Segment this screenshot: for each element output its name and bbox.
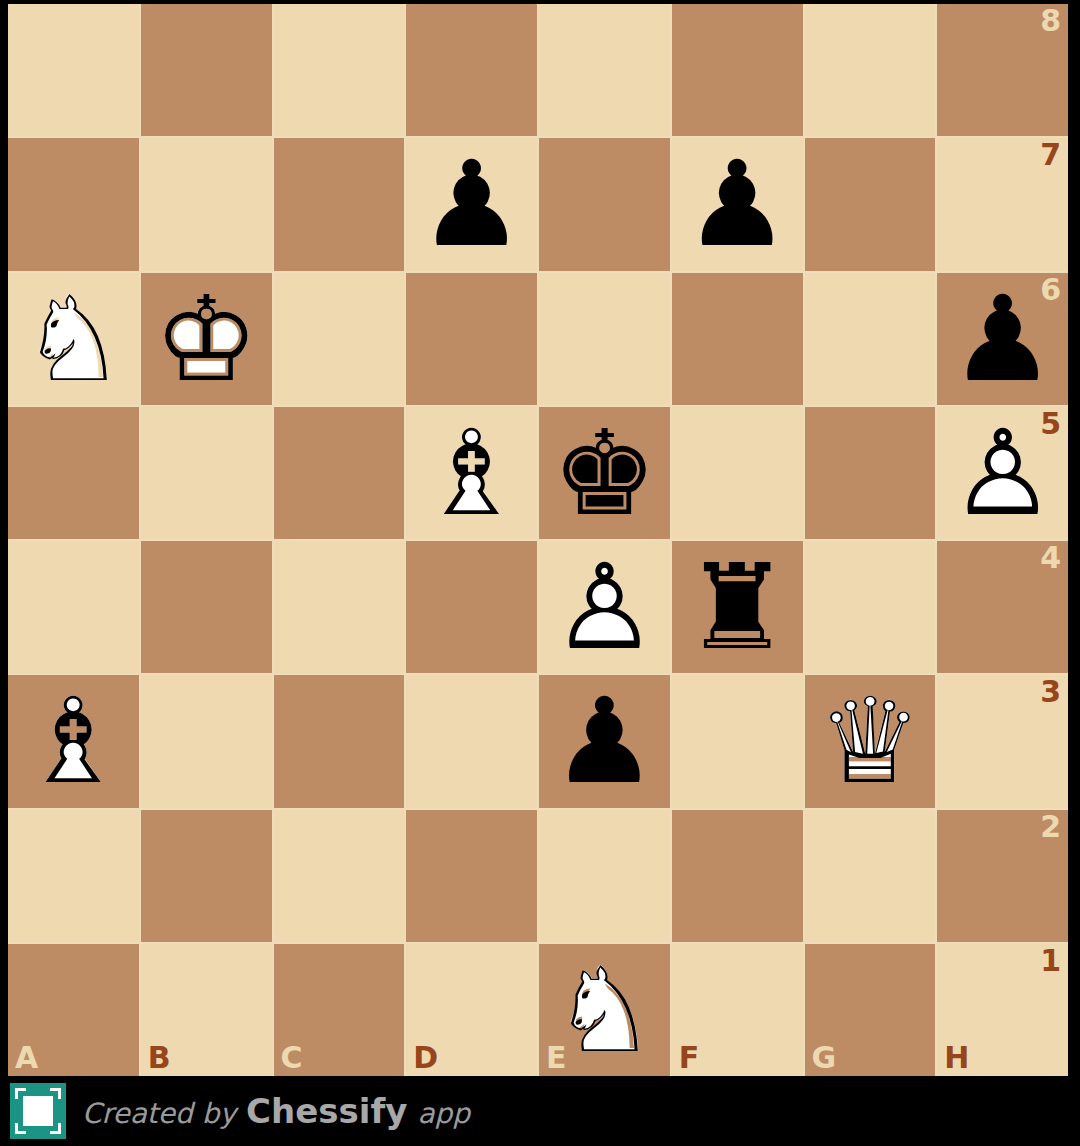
square-h4[interactable]: 4 xyxy=(937,541,1068,673)
square-c4[interactable] xyxy=(274,541,405,673)
file-label-D: D xyxy=(413,1043,438,1073)
square-e3[interactable]: ♟ xyxy=(539,675,670,807)
square-b5[interactable] xyxy=(141,407,272,539)
footer-created-by: Created by xyxy=(82,1097,236,1130)
white-bishop[interactable]: ♝♗ xyxy=(406,407,537,539)
square-c8[interactable] xyxy=(274,4,405,136)
square-h5[interactable]: 5♟♙ xyxy=(937,407,1068,539)
square-b1[interactable]: B xyxy=(141,944,272,1076)
square-h3[interactable]: 3 xyxy=(937,675,1068,807)
white-knight[interactable]: ♞♘ xyxy=(8,273,139,405)
square-b3[interactable] xyxy=(141,675,272,807)
rank-label-3: 3 xyxy=(1040,677,1061,707)
square-g2[interactable] xyxy=(805,810,936,942)
square-c3[interactable] xyxy=(274,675,405,807)
file-label-B: B xyxy=(148,1043,171,1073)
square-a7[interactable] xyxy=(8,138,139,270)
square-c7[interactable] xyxy=(274,138,405,270)
square-f1[interactable]: F xyxy=(672,944,803,1076)
square-a5[interactable] xyxy=(8,407,139,539)
square-d2[interactable] xyxy=(406,810,537,942)
black-pawn[interactable]: ♟ xyxy=(539,675,670,807)
square-a3[interactable]: ♝♗ xyxy=(8,675,139,807)
square-a8[interactable] xyxy=(8,4,139,136)
rank-label-1: 1 xyxy=(1040,946,1061,976)
file-label-C: C xyxy=(281,1043,303,1073)
rank-label-8: 8 xyxy=(1040,6,1061,36)
square-d4[interactable] xyxy=(406,541,537,673)
square-c5[interactable] xyxy=(274,407,405,539)
square-e4[interactable]: ♟♙ xyxy=(539,541,670,673)
square-e1[interactable]: E♞♘ xyxy=(539,944,670,1076)
white-queen[interactable]: ♛♕ xyxy=(805,675,936,807)
file-label-G: G xyxy=(812,1043,837,1073)
square-e6[interactable] xyxy=(539,273,670,405)
square-g4[interactable] xyxy=(805,541,936,673)
square-a6[interactable]: ♞♘ xyxy=(8,273,139,405)
square-g1[interactable]: G xyxy=(805,944,936,1076)
square-f6[interactable] xyxy=(672,273,803,405)
white-knight[interactable]: ♞♘ xyxy=(539,944,670,1076)
square-a4[interactable] xyxy=(8,541,139,673)
chess-diagram: 8♟♟7♞♘♚♔6♟♝♗♚5♟♙♟♙♜4♝♗♟♛♕32ABCDE♞♘FG1H C… xyxy=(0,0,1080,1146)
square-h1[interactable]: 1H xyxy=(937,944,1068,1076)
square-h8[interactable]: 8 xyxy=(937,4,1068,136)
square-c2[interactable] xyxy=(274,810,405,942)
square-a1[interactable]: A xyxy=(8,944,139,1076)
square-b4[interactable] xyxy=(141,541,272,673)
footer-brand: Chessify xyxy=(246,1091,407,1131)
file-label-H: H xyxy=(944,1043,969,1073)
square-e7[interactable] xyxy=(539,138,670,270)
square-d6[interactable] xyxy=(406,273,537,405)
square-e8[interactable] xyxy=(539,4,670,136)
square-a2[interactable] xyxy=(8,810,139,942)
chess-board: 8♟♟7♞♘♚♔6♟♝♗♚5♟♙♟♙♜4♝♗♟♛♕32ABCDE♞♘FG1H xyxy=(8,4,1068,1076)
white-pawn[interactable]: ♟♙ xyxy=(937,407,1068,539)
square-e5[interactable]: ♚ xyxy=(539,407,670,539)
white-king[interactable]: ♚♔ xyxy=(141,273,272,405)
footer-bar: Created by Chessify app xyxy=(0,1076,1080,1146)
black-rook[interactable]: ♜ xyxy=(672,541,803,673)
square-b2[interactable] xyxy=(141,810,272,942)
checkerboard-icon xyxy=(23,1096,53,1126)
square-g6[interactable] xyxy=(805,273,936,405)
square-f4[interactable]: ♜ xyxy=(672,541,803,673)
square-b6[interactable]: ♚♔ xyxy=(141,273,272,405)
square-f8[interactable] xyxy=(672,4,803,136)
white-bishop[interactable]: ♝♗ xyxy=(8,675,139,807)
square-c6[interactable] xyxy=(274,273,405,405)
square-d5[interactable]: ♝♗ xyxy=(406,407,537,539)
rank-label-7: 7 xyxy=(1040,140,1061,170)
black-pawn[interactable]: ♟ xyxy=(672,138,803,270)
file-label-F: F xyxy=(679,1043,700,1073)
footer-credit: Created by Chessify app xyxy=(82,1091,470,1131)
black-king[interactable]: ♚ xyxy=(539,407,670,539)
square-e2[interactable] xyxy=(539,810,670,942)
black-pawn[interactable]: ♟ xyxy=(406,138,537,270)
rank-label-4: 4 xyxy=(1040,543,1061,573)
rank-label-2: 2 xyxy=(1040,812,1061,842)
square-h6[interactable]: 6♟ xyxy=(937,273,1068,405)
square-b7[interactable] xyxy=(141,138,272,270)
square-f3[interactable] xyxy=(672,675,803,807)
footer-app: app xyxy=(417,1097,470,1130)
square-d1[interactable]: D xyxy=(406,944,537,1076)
square-d3[interactable] xyxy=(406,675,537,807)
square-f2[interactable] xyxy=(672,810,803,942)
black-pawn[interactable]: ♟ xyxy=(937,273,1068,405)
square-h2[interactable]: 2 xyxy=(937,810,1068,942)
square-f7[interactable]: ♟ xyxy=(672,138,803,270)
square-h7[interactable]: 7 xyxy=(937,138,1068,270)
board-frame: 8♟♟7♞♘♚♔6♟♝♗♚5♟♙♟♙♜4♝♗♟♛♕32ABCDE♞♘FG1H xyxy=(0,0,1080,1076)
square-g3[interactable]: ♛♕ xyxy=(805,675,936,807)
square-b8[interactable] xyxy=(141,4,272,136)
square-g5[interactable] xyxy=(805,407,936,539)
square-g7[interactable] xyxy=(805,138,936,270)
square-c1[interactable]: C xyxy=(274,944,405,1076)
white-pawn[interactable]: ♟♙ xyxy=(539,541,670,673)
square-d8[interactable] xyxy=(406,4,537,136)
square-g8[interactable] xyxy=(805,4,936,136)
square-d7[interactable]: ♟ xyxy=(406,138,537,270)
square-f5[interactable] xyxy=(672,407,803,539)
chessify-logo-icon xyxy=(10,1083,66,1139)
file-label-A: A xyxy=(15,1043,38,1073)
